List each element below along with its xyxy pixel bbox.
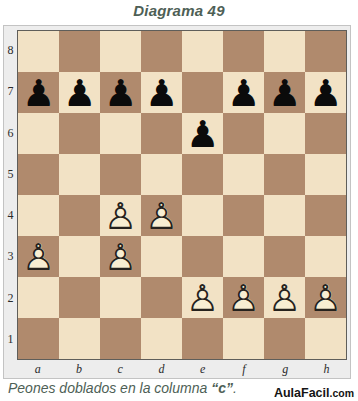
square-g7[interactable]: ♟ [264, 72, 305, 113]
rank-label-3: 3 [4, 236, 17, 277]
square-f6[interactable] [223, 113, 264, 154]
square-d4[interactable]: ♟♙ [141, 195, 182, 236]
square-c7[interactable]: ♟ [100, 72, 141, 113]
square-h6[interactable] [305, 113, 346, 154]
white-pawn-fill: ♟ [100, 196, 141, 237]
black-pawn: ♟ [264, 73, 305, 114]
square-f8[interactable] [223, 31, 264, 72]
square-c8[interactable] [100, 31, 141, 72]
file-label-h: h [306, 362, 347, 378]
white-pawn: ♙ [141, 196, 182, 237]
square-a3[interactable]: ♟♙ [18, 236, 59, 277]
file-label-e: e [182, 362, 223, 378]
square-h7[interactable]: ♟ [305, 72, 346, 113]
square-c1[interactable] [100, 318, 141, 359]
brand-name: AulaFacil [274, 386, 330, 400]
square-b8[interactable] [59, 31, 100, 72]
white-pawn-fill: ♟ [141, 196, 182, 237]
square-h1[interactable] [305, 318, 346, 359]
white-pawn: ♙ [264, 278, 305, 319]
square-b7[interactable]: ♟ [59, 72, 100, 113]
white-pawn: ♙ [182, 278, 223, 319]
white-pawn-fill: ♟ [223, 278, 264, 319]
brand-watermark: AulaFacil.com [274, 383, 354, 401]
file-label-b: b [58, 362, 99, 378]
file-label-c: c [100, 362, 141, 378]
square-c2[interactable] [100, 277, 141, 318]
white-pawn-fill: ♟ [18, 237, 59, 278]
white-pawn: ♙ [223, 278, 264, 319]
square-e7[interactable] [182, 72, 223, 113]
square-f2[interactable]: ♟♙ [223, 277, 264, 318]
square-f4[interactable] [223, 195, 264, 236]
square-a4[interactable] [18, 195, 59, 236]
square-e2[interactable]: ♟♙ [182, 277, 223, 318]
rank-label-2: 2 [4, 278, 17, 319]
square-h2[interactable]: ♟♙ [305, 277, 346, 318]
square-b4[interactable] [59, 195, 100, 236]
board[interactable]: ♟♟♟♟♟♟♟♟♟♙♟♙♟♙♟♙♟♙♟♙♟♙♟♙ [17, 30, 347, 360]
square-f7[interactable]: ♟ [223, 72, 264, 113]
square-a8[interactable] [18, 31, 59, 72]
square-f5[interactable] [223, 154, 264, 195]
white-pawn-fill: ♟ [182, 278, 223, 319]
square-h5[interactable] [305, 154, 346, 195]
square-g5[interactable] [264, 154, 305, 195]
square-d1[interactable] [141, 318, 182, 359]
square-d2[interactable] [141, 277, 182, 318]
square-a7[interactable]: ♟ [18, 72, 59, 113]
square-e6[interactable]: ♟ [182, 113, 223, 154]
white-pawn-fill: ♟ [305, 278, 346, 319]
square-c5[interactable] [100, 154, 141, 195]
square-d3[interactable] [141, 236, 182, 277]
square-f3[interactable] [223, 236, 264, 277]
square-d8[interactable] [141, 31, 182, 72]
white-pawn-fill: ♟ [100, 237, 141, 278]
rank-label-7: 7 [4, 71, 17, 112]
white-pawn: ♙ [18, 237, 59, 278]
diagram-frame: 87654321 ♟♟♟♟♟♟♟♟♟♙♟♙♟♙♟♙♟♙♟♙♟♙♟♙ abcdef… [3, 25, 351, 379]
square-g2[interactable]: ♟♙ [264, 277, 305, 318]
rank-label-1: 1 [4, 319, 17, 360]
square-a1[interactable] [18, 318, 59, 359]
black-pawn: ♟ [59, 73, 100, 114]
page-title: Diagrama 49 [0, 2, 358, 19]
brand-tld: .com [329, 387, 354, 399]
square-a5[interactable] [18, 154, 59, 195]
caption: Peones doblados en la columna “c”. [8, 380, 237, 396]
square-e4[interactable] [182, 195, 223, 236]
black-pawn: ♟ [141, 73, 182, 114]
square-d6[interactable] [141, 113, 182, 154]
square-h4[interactable] [305, 195, 346, 236]
caption-emphasis: “c” [211, 380, 233, 396]
square-b1[interactable] [59, 318, 100, 359]
rank-label-4: 4 [4, 195, 17, 236]
square-a6[interactable] [18, 113, 59, 154]
square-g6[interactable] [264, 113, 305, 154]
file-labels: abcdefgh [17, 362, 347, 378]
square-e3[interactable] [182, 236, 223, 277]
black-pawn: ♟ [18, 73, 59, 114]
black-pawn: ♟ [100, 73, 141, 114]
square-b5[interactable] [59, 154, 100, 195]
square-b3[interactable] [59, 236, 100, 277]
square-g4[interactable] [264, 195, 305, 236]
caption-period: . [233, 380, 237, 396]
square-g1[interactable] [264, 318, 305, 359]
caption-text: Peones doblados en la columna [8, 380, 211, 396]
file-label-f: f [223, 362, 264, 378]
white-pawn: ♙ [100, 196, 141, 237]
file-label-a: a [17, 362, 58, 378]
square-e1[interactable] [182, 318, 223, 359]
caption-row: Peones doblados en la columna “c”. AulaF… [0, 379, 358, 401]
white-pawn: ♙ [305, 278, 346, 319]
square-f1[interactable] [223, 318, 264, 359]
white-pawn-fill: ♟ [264, 278, 305, 319]
square-h3[interactable] [305, 236, 346, 277]
square-d5[interactable] [141, 154, 182, 195]
rank-labels: 87654321 [4, 30, 17, 360]
square-h8[interactable] [305, 31, 346, 72]
rank-label-5: 5 [4, 154, 17, 195]
black-pawn: ♟ [305, 73, 346, 114]
rank-label-8: 8 [4, 30, 17, 71]
square-b2[interactable] [59, 277, 100, 318]
square-c4[interactable]: ♟♙ [100, 195, 141, 236]
white-pawn: ♙ [100, 237, 141, 278]
file-label-d: d [141, 362, 182, 378]
file-label-g: g [265, 362, 306, 378]
square-g3[interactable] [264, 236, 305, 277]
square-c6[interactable] [100, 113, 141, 154]
square-d7[interactable]: ♟ [141, 72, 182, 113]
square-a2[interactable] [18, 277, 59, 318]
square-b6[interactable] [59, 113, 100, 154]
square-g8[interactable] [264, 31, 305, 72]
square-e8[interactable] [182, 31, 223, 72]
black-pawn: ♟ [182, 114, 223, 155]
square-c3[interactable]: ♟♙ [100, 236, 141, 277]
square-e5[interactable] [182, 154, 223, 195]
black-pawn: ♟ [223, 73, 264, 114]
rank-label-6: 6 [4, 113, 17, 154]
